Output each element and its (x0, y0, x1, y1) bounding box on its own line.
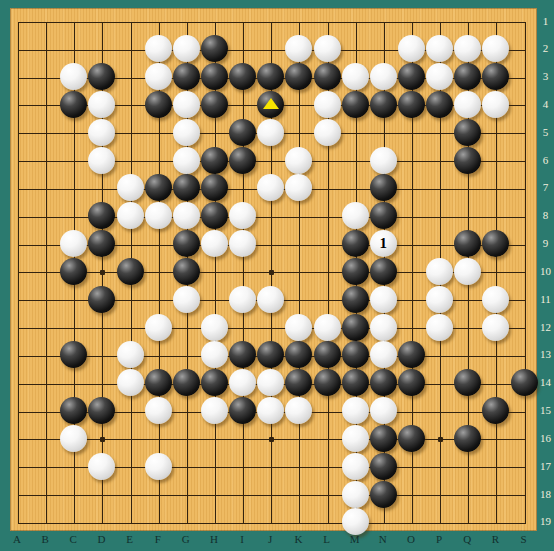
stone-black-N8[interactable] (370, 202, 397, 229)
stone-black-K14[interactable] (285, 369, 312, 396)
col-label-C: C (62, 533, 84, 549)
stone-black-K3[interactable] (285, 63, 312, 90)
stone-black-J4[interactable] (257, 91, 284, 118)
col-label-F: F (147, 533, 169, 549)
col-label-R: R (484, 533, 506, 549)
stone-white-G6[interactable] (173, 147, 200, 174)
stone-black-H4[interactable] (201, 91, 228, 118)
stone-white-D5[interactable] (88, 119, 115, 146)
stone-black-G14[interactable] (173, 369, 200, 396)
row-label-4: 4 (538, 98, 553, 111)
row-label-9: 9 (538, 237, 553, 250)
stone-white-R2[interactable] (482, 35, 509, 62)
stone-black-C15[interactable] (60, 397, 87, 424)
stone-white-P2[interactable] (426, 35, 453, 62)
row-label-2: 2 (538, 42, 553, 55)
stone-white-F12[interactable] (145, 314, 172, 341)
stone-black-M12[interactable] (342, 314, 369, 341)
stone-black-O3[interactable] (398, 63, 425, 90)
col-label-S: S (513, 533, 535, 549)
row-label-18: 18 (538, 488, 553, 501)
stone-black-M10[interactable] (342, 258, 369, 285)
stone-black-D8[interactable] (88, 202, 115, 229)
row-label-7: 7 (538, 181, 553, 194)
stone-white-E14[interactable] (117, 369, 144, 396)
row-label-13: 13 (538, 348, 553, 361)
stone-white-N3[interactable] (370, 63, 397, 90)
stone-white-C9[interactable] (60, 230, 87, 257)
stone-black-O13[interactable] (398, 341, 425, 368)
col-label-D: D (90, 533, 112, 549)
stone-white-G2[interactable] (173, 35, 200, 62)
row-label-5: 5 (538, 126, 553, 139)
stone-black-H6[interactable] (201, 147, 228, 174)
stone-white-L12[interactable] (314, 314, 341, 341)
stone-white-K15[interactable] (285, 397, 312, 424)
stone-white-P12[interactable] (426, 314, 453, 341)
stone-black-N16[interactable] (370, 425, 397, 452)
star-point (269, 437, 274, 442)
stone-black-O14[interactable] (398, 369, 425, 396)
stone-white-N6[interactable] (370, 147, 397, 174)
stone-black-D3[interactable] (88, 63, 115, 90)
row-label-14: 14 (538, 376, 553, 389)
col-label-E: E (119, 533, 141, 549)
stone-black-N14[interactable] (370, 369, 397, 396)
stone-white-J11[interactable] (257, 286, 284, 313)
stone-white-P11[interactable] (426, 286, 453, 313)
stone-white-F15[interactable] (145, 397, 172, 424)
stone-black-N10[interactable] (370, 258, 397, 285)
stone-white-G4[interactable] (173, 91, 200, 118)
stone-white-E7[interactable] (117, 174, 144, 201)
col-label-B: B (34, 533, 56, 549)
stone-black-O16[interactable] (398, 425, 425, 452)
grid-line-h (18, 523, 526, 524)
stone-white-K7[interactable] (285, 174, 312, 201)
stone-black-Q6[interactable] (454, 147, 481, 174)
stone-white-H13[interactable] (201, 341, 228, 368)
stone-white-J15[interactable] (257, 397, 284, 424)
stone-black-M4[interactable] (342, 91, 369, 118)
stone-black-I13[interactable] (229, 341, 256, 368)
stone-black-N4[interactable] (370, 91, 397, 118)
stone-white-N13[interactable] (370, 341, 397, 368)
stone-white-J14[interactable] (257, 369, 284, 396)
stone-white-G5[interactable] (173, 119, 200, 146)
stone-white-M19[interactable] (342, 508, 369, 535)
stone-white-G8[interactable] (173, 202, 200, 229)
row-label-15: 15 (538, 404, 553, 417)
stone-white-N15[interactable] (370, 397, 397, 424)
stone-black-C13[interactable] (60, 341, 87, 368)
stone-black-H8[interactable] (201, 202, 228, 229)
star-point (100, 437, 105, 442)
stone-black-I5[interactable] (229, 119, 256, 146)
stone-white-M17[interactable] (342, 453, 369, 480)
stone-white-D17[interactable] (88, 453, 115, 480)
row-label-3: 3 (538, 70, 553, 83)
stone-black-N7[interactable] (370, 174, 397, 201)
stone-white-Q4[interactable] (454, 91, 481, 118)
row-label-16: 16 (538, 432, 553, 445)
stone-black-Q3[interactable] (454, 63, 481, 90)
stone-black-K13[interactable] (285, 341, 312, 368)
stone-white-H12[interactable] (201, 314, 228, 341)
stone-white-I8[interactable] (229, 202, 256, 229)
col-label-J: J (259, 533, 281, 549)
row-label-8: 8 (538, 209, 553, 222)
stone-white-N12[interactable] (370, 314, 397, 341)
stone-white-K12[interactable] (285, 314, 312, 341)
stone-black-G3[interactable] (173, 63, 200, 90)
stone-black-G10[interactable] (173, 258, 200, 285)
stone-black-L3[interactable] (314, 63, 341, 90)
stone-black-I6[interactable] (229, 147, 256, 174)
grid-line-v (299, 22, 300, 524)
row-label-1: 1 (538, 15, 553, 28)
stone-black-L14[interactable] (314, 369, 341, 396)
stone-white-G11[interactable] (173, 286, 200, 313)
stone-white-H9[interactable] (201, 230, 228, 257)
stone-black-G7[interactable] (173, 174, 200, 201)
grid-line-h (18, 495, 526, 496)
stone-white-R4[interactable] (482, 91, 509, 118)
row-label-12: 12 (538, 321, 553, 334)
stone-black-M9[interactable] (342, 230, 369, 257)
stone-black-R3[interactable] (482, 63, 509, 90)
row-label-11: 11 (538, 293, 553, 306)
stone-white-M8[interactable] (342, 202, 369, 229)
stone-white-H15[interactable] (201, 397, 228, 424)
col-label-K: K (287, 533, 309, 549)
stone-white-F8[interactable] (145, 202, 172, 229)
stone-white-N9[interactable]: 1 (370, 230, 397, 257)
row-label-6: 6 (538, 154, 553, 167)
stone-white-P3[interactable] (426, 63, 453, 90)
stone-black-M13[interactable] (342, 341, 369, 368)
stone-white-Q10[interactable] (454, 258, 481, 285)
stone-black-E10[interactable] (117, 258, 144, 285)
stone-white-D4[interactable] (88, 91, 115, 118)
stone-black-D15[interactable] (88, 397, 115, 424)
stone-black-C10[interactable] (60, 258, 87, 285)
stone-white-R11[interactable] (482, 286, 509, 313)
row-label-10: 10 (538, 265, 553, 278)
stone-white-O2[interactable] (398, 35, 425, 62)
stone-black-P4[interactable] (426, 91, 453, 118)
stone-black-C4[interactable] (60, 91, 87, 118)
col-label-O: O (400, 533, 422, 549)
triangle-marker (263, 98, 279, 109)
stone-white-P10[interactable] (426, 258, 453, 285)
stone-black-H2[interactable] (201, 35, 228, 62)
stone-black-H3[interactable] (201, 63, 228, 90)
stone-white-M18[interactable] (342, 481, 369, 508)
stone-white-K2[interactable] (285, 35, 312, 62)
stone-black-F14[interactable] (145, 369, 172, 396)
star-point (269, 270, 274, 275)
stone-white-N11[interactable] (370, 286, 397, 313)
stone-black-H7[interactable] (201, 174, 228, 201)
star-point (438, 437, 443, 442)
stone-black-M14[interactable] (342, 369, 369, 396)
go-board-widget: 1 ABCDEFGHIJKLMNOPQRS 123456789101112131… (0, 0, 554, 551)
stone-black-D9[interactable] (88, 230, 115, 257)
stone-black-O4[interactable] (398, 91, 425, 118)
stone-black-F7[interactable] (145, 174, 172, 201)
col-label-H: H (203, 533, 225, 549)
stone-white-C3[interactable] (60, 63, 87, 90)
stone-white-J5[interactable] (257, 119, 284, 146)
stone-white-E13[interactable] (117, 341, 144, 368)
stone-black-D11[interactable] (88, 286, 115, 313)
stone-black-I3[interactable] (229, 63, 256, 90)
stone-black-N17[interactable] (370, 453, 397, 480)
stone-white-F3[interactable] (145, 63, 172, 90)
stone-white-K6[interactable] (285, 147, 312, 174)
col-label-G: G (175, 533, 197, 549)
stone-white-D6[interactable] (88, 147, 115, 174)
stone-black-I15[interactable] (229, 397, 256, 424)
stone-white-M3[interactable] (342, 63, 369, 90)
stone-black-Q5[interactable] (454, 119, 481, 146)
col-label-M: M (344, 533, 366, 549)
stone-white-Q2[interactable] (454, 35, 481, 62)
stone-white-M15[interactable] (342, 397, 369, 424)
col-label-N: N (372, 533, 394, 549)
col-label-I: I (231, 533, 253, 549)
stone-white-I9[interactable] (229, 230, 256, 257)
stone-white-L2[interactable] (314, 35, 341, 62)
stone-white-E8[interactable] (117, 202, 144, 229)
row-label-17: 17 (538, 460, 553, 473)
stone-white-R12[interactable] (482, 314, 509, 341)
star-point (100, 270, 105, 275)
stone-black-M11[interactable] (342, 286, 369, 313)
stone-black-J13[interactable] (257, 341, 284, 368)
col-label-Q: Q (456, 533, 478, 549)
stone-white-F2[interactable] (145, 35, 172, 62)
stone-black-R15[interactable] (482, 397, 509, 424)
stone-white-C16[interactable] (60, 425, 87, 452)
stone-black-N18[interactable] (370, 481, 397, 508)
col-label-P: P (428, 533, 450, 549)
stone-black-S14[interactable] (511, 369, 538, 396)
stone-white-M16[interactable] (342, 425, 369, 452)
stone-white-F17[interactable] (145, 453, 172, 480)
goban[interactable]: 1 (10, 8, 537, 531)
stone-black-Q14[interactable] (454, 369, 481, 396)
stone-white-L5[interactable] (314, 119, 341, 146)
stone-black-Q9[interactable] (454, 230, 481, 257)
grid-line-v (525, 22, 526, 524)
stone-black-G9[interactable] (173, 230, 200, 257)
stone-white-L4[interactable] (314, 91, 341, 118)
row-label-19: 19 (538, 515, 553, 528)
move-number-label: 1 (380, 236, 388, 252)
stone-black-L13[interactable] (314, 341, 341, 368)
stone-white-I11[interactable] (229, 286, 256, 313)
stone-black-H14[interactable] (201, 369, 228, 396)
col-label-A: A (6, 533, 28, 549)
stone-white-J7[interactable] (257, 174, 284, 201)
stone-black-Q16[interactable] (454, 425, 481, 452)
col-label-L: L (316, 533, 338, 549)
stone-black-F4[interactable] (145, 91, 172, 118)
stone-black-R9[interactable] (482, 230, 509, 257)
stone-black-J3[interactable] (257, 63, 284, 90)
stone-white-I14[interactable] (229, 369, 256, 396)
